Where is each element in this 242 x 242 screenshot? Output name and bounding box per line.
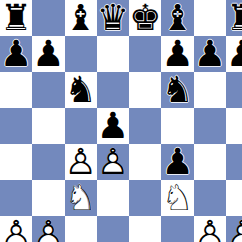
square-c7[interactable] bbox=[65, 36, 97, 72]
black-piece-glyph: ♝ bbox=[65, 0, 97, 36]
black-piece-glyph: ♟ bbox=[0, 36, 32, 72]
square-d6[interactable] bbox=[97, 72, 129, 108]
black-pawn-piece: ♟ bbox=[194, 36, 226, 72]
square-h4[interactable] bbox=[226, 144, 242, 180]
black-pawn-piece: ♟ bbox=[97, 108, 129, 144]
black-piece-glyph: ♜ bbox=[226, 0, 242, 36]
white-piece-outline: ♙ bbox=[226, 216, 242, 242]
square-g7[interactable]: ♟ bbox=[194, 36, 226, 72]
square-e2[interactable] bbox=[129, 216, 161, 242]
white-knight-piece: ♞♘ bbox=[65, 180, 97, 216]
black-pawn-piece: ♟ bbox=[0, 36, 32, 72]
white-piece-outline: ♙ bbox=[32, 216, 64, 242]
white-piece-outline: ♙ bbox=[0, 216, 32, 242]
black-piece-glyph: ♟ bbox=[161, 36, 193, 72]
square-g2[interactable]: ♟♙ bbox=[194, 216, 226, 242]
square-b4[interactable] bbox=[32, 144, 64, 180]
square-e5[interactable] bbox=[129, 108, 161, 144]
black-pawn-piece: ♟ bbox=[32, 36, 64, 72]
square-d3[interactable] bbox=[97, 180, 129, 216]
white-piece-fill: ♟ bbox=[32, 216, 64, 242]
square-b8[interactable] bbox=[32, 0, 64, 36]
square-d8[interactable]: ♛ bbox=[97, 0, 129, 36]
black-knight-piece: ♞ bbox=[161, 72, 193, 108]
black-piece-glyph: ♞ bbox=[65, 72, 97, 108]
black-pawn-piece: ♟ bbox=[161, 36, 193, 72]
square-a3[interactable] bbox=[0, 180, 32, 216]
black-piece-glyph: ♛ bbox=[97, 0, 129, 36]
white-knight-piece: ♞♘ bbox=[161, 180, 193, 216]
black-piece-glyph: ♚ bbox=[129, 0, 161, 36]
square-f3[interactable]: ♞♘ bbox=[161, 180, 193, 216]
square-b3[interactable] bbox=[32, 180, 64, 216]
black-bishop-piece: ♝ bbox=[65, 0, 97, 36]
black-piece-glyph: ♞ bbox=[161, 72, 193, 108]
square-f7[interactable]: ♟ bbox=[161, 36, 193, 72]
black-queen-piece: ♛ bbox=[97, 0, 129, 36]
white-piece-fill: ♞ bbox=[65, 180, 97, 216]
white-pawn-piece: ♟♙ bbox=[32, 216, 64, 242]
white-pawn-piece: ♟♙ bbox=[65, 144, 97, 180]
square-h5[interactable] bbox=[226, 108, 242, 144]
white-piece-outline: ♘ bbox=[65, 180, 97, 216]
square-g3[interactable] bbox=[194, 180, 226, 216]
black-knight-piece: ♞ bbox=[65, 72, 97, 108]
square-e6[interactable] bbox=[129, 72, 161, 108]
square-h3[interactable] bbox=[226, 180, 242, 216]
square-c3[interactable]: ♞♘ bbox=[65, 180, 97, 216]
black-piece-glyph: ♜ bbox=[0, 0, 32, 36]
white-piece-fill: ♟ bbox=[194, 216, 226, 242]
square-e3[interactable] bbox=[129, 180, 161, 216]
black-piece-glyph: ♟ bbox=[97, 108, 129, 144]
white-pawn-piece: ♟♙ bbox=[226, 216, 242, 242]
square-f2[interactable] bbox=[161, 216, 193, 242]
square-d2[interactable] bbox=[97, 216, 129, 242]
square-e7[interactable] bbox=[129, 36, 161, 72]
white-piece-outline: ♙ bbox=[65, 144, 97, 180]
square-e4[interactable] bbox=[129, 144, 161, 180]
square-h7[interactable]: ♟ bbox=[226, 36, 242, 72]
square-d5[interactable]: ♟ bbox=[97, 108, 129, 144]
black-piece-glyph: ♟ bbox=[194, 36, 226, 72]
white-pawn-piece: ♟♙ bbox=[97, 144, 129, 180]
white-piece-fill: ♟ bbox=[65, 144, 97, 180]
white-piece-fill: ♟ bbox=[0, 216, 32, 242]
square-c5[interactable] bbox=[65, 108, 97, 144]
white-pawn-piece: ♟♙ bbox=[194, 216, 226, 242]
white-piece-fill: ♟ bbox=[226, 216, 242, 242]
square-a8[interactable]: ♜ bbox=[0, 0, 32, 36]
square-g8[interactable] bbox=[194, 0, 226, 36]
square-c8[interactable]: ♝ bbox=[65, 0, 97, 36]
white-piece-outline: ♙ bbox=[194, 216, 226, 242]
square-f6[interactable]: ♞ bbox=[161, 72, 193, 108]
square-d7[interactable] bbox=[97, 36, 129, 72]
black-piece-glyph: ♟ bbox=[32, 36, 64, 72]
square-f4[interactable]: ♟ bbox=[161, 144, 193, 180]
square-b2[interactable]: ♟♙ bbox=[32, 216, 64, 242]
square-c2[interactable] bbox=[65, 216, 97, 242]
square-h8[interactable]: ♜ bbox=[226, 0, 242, 36]
white-piece-outline: ♘ bbox=[161, 180, 193, 216]
square-g6[interactable] bbox=[194, 72, 226, 108]
square-e8[interactable]: ♚ bbox=[129, 0, 161, 36]
square-a2[interactable]: ♟♙ bbox=[0, 216, 32, 242]
square-h6[interactable] bbox=[226, 72, 242, 108]
white-piece-fill: ♟ bbox=[97, 144, 129, 180]
square-f5[interactable] bbox=[161, 108, 193, 144]
square-b7[interactable]: ♟ bbox=[32, 36, 64, 72]
black-rook-piece: ♜ bbox=[0, 0, 32, 36]
chess-board: ♜♝♛♚♝♜♟♟♟♟♟♞♞♟♟♙♟♙♟♞♘♞♘♟♙♟♙♟♙♟♙♜♖♝♗♛♕♚♔♝… bbox=[0, 0, 242, 242]
square-a7[interactable]: ♟ bbox=[0, 36, 32, 72]
black-bishop-piece: ♝ bbox=[161, 0, 193, 36]
square-b6[interactable] bbox=[32, 72, 64, 108]
square-g4[interactable] bbox=[194, 144, 226, 180]
black-piece-glyph: ♟ bbox=[161, 144, 193, 180]
square-c4[interactable]: ♟♙ bbox=[65, 144, 97, 180]
square-d4[interactable]: ♟♙ bbox=[97, 144, 129, 180]
black-king-piece: ♚ bbox=[129, 0, 161, 36]
white-pawn-piece: ♟♙ bbox=[0, 216, 32, 242]
black-pawn-piece: ♟ bbox=[226, 36, 242, 72]
black-rook-piece: ♜ bbox=[226, 0, 242, 36]
square-h2[interactable]: ♟♙ bbox=[226, 216, 242, 242]
square-a4[interactable] bbox=[0, 144, 32, 180]
white-piece-outline: ♙ bbox=[97, 144, 129, 180]
square-c6[interactable]: ♞ bbox=[65, 72, 97, 108]
black-pawn-piece: ♟ bbox=[161, 144, 193, 180]
square-a6[interactable] bbox=[0, 72, 32, 108]
square-b5[interactable] bbox=[32, 108, 64, 144]
square-a5[interactable] bbox=[0, 108, 32, 144]
white-piece-fill: ♞ bbox=[161, 180, 193, 216]
black-piece-glyph: ♟ bbox=[226, 36, 242, 72]
square-g5[interactable] bbox=[194, 108, 226, 144]
square-f8[interactable]: ♝ bbox=[161, 0, 193, 36]
black-piece-glyph: ♝ bbox=[161, 0, 193, 36]
